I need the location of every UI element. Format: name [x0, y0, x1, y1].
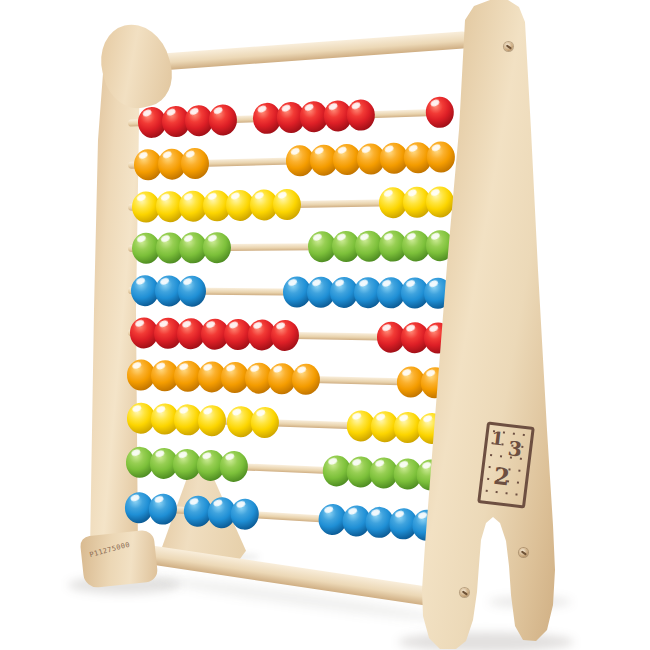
blue-bead	[178, 276, 206, 307]
screw-icon	[519, 548, 528, 557]
rod-row-6	[120, 317, 454, 354]
rod-row-5	[120, 275, 454, 309]
logo-digit-1: 1	[490, 429, 505, 448]
green-bead	[202, 232, 230, 263]
orange-bead	[291, 363, 320, 395]
rod-row-4	[120, 230, 454, 264]
blue-bead	[230, 498, 260, 531]
red-bead	[425, 96, 454, 128]
yellow-bead	[273, 189, 302, 220]
yellow-bead	[426, 186, 455, 217]
logo-digit-3: 3	[507, 438, 523, 460]
rod-row-2	[120, 141, 455, 181]
blue-bead	[148, 493, 178, 526]
screw-icon	[460, 588, 469, 597]
orange-bead	[181, 148, 210, 180]
product-code-stamp: P11275000	[89, 541, 131, 559]
green-bead	[219, 450, 248, 482]
rod-row-1	[119, 96, 454, 139]
brand-logo-123: 1 3 2	[477, 421, 535, 508]
red-bead	[271, 320, 300, 351]
yellow-bead	[197, 405, 226, 437]
red-bead	[208, 104, 237, 136]
right-feet-shadow	[398, 632, 574, 650]
red-bead	[346, 99, 375, 131]
top-handle-dowel	[127, 31, 471, 73]
yellow-bead	[250, 407, 279, 439]
left-frame-foot: P11275000	[79, 529, 158, 588]
abacus-product-photo: P11275000 1 3 2	[0, 0, 650, 650]
screw-icon	[504, 42, 513, 51]
logo-digit-2: 2	[492, 464, 511, 489]
rod-row-7	[120, 359, 455, 399]
rod-row-3	[120, 186, 454, 223]
orange-bead	[426, 141, 455, 173]
rod-row-9	[119, 446, 454, 492]
rod-row-8	[119, 402, 454, 445]
